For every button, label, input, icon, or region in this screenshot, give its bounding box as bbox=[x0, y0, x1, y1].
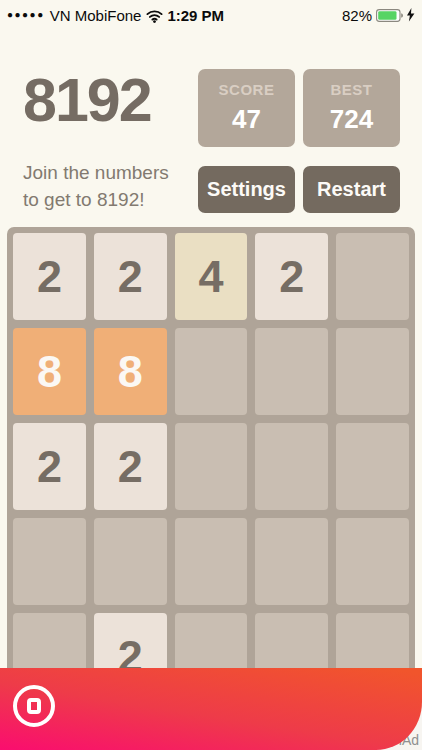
wifi-icon bbox=[146, 10, 163, 23]
tile-2: 2 bbox=[94, 233, 167, 320]
stop-square-icon bbox=[27, 698, 41, 714]
signal-strength-icon: ●●●●● bbox=[7, 10, 45, 20]
tile-2: 2 bbox=[13, 423, 86, 510]
tile-2: 2 bbox=[94, 423, 167, 510]
game-board[interactable]: 224288222 bbox=[7, 227, 415, 706]
settings-button[interactable]: Settings bbox=[198, 166, 295, 213]
ad-creative[interactable] bbox=[0, 668, 422, 750]
empty-cell bbox=[255, 423, 328, 510]
empty-cell bbox=[336, 423, 409, 510]
tile-2: 2 bbox=[255, 233, 328, 320]
best-label: BEST bbox=[330, 81, 372, 98]
page-title: 8192 bbox=[23, 70, 151, 131]
app-screen: ●●●●● VN MobiFone 1:29 PM 82% bbox=[0, 0, 422, 750]
battery-icon bbox=[376, 9, 404, 22]
carrier-label: VN MobiFone bbox=[50, 7, 142, 24]
ad-banner[interactable]: iAd bbox=[0, 668, 422, 750]
clock-label: 1:29 PM bbox=[167, 7, 224, 24]
best-value: 724 bbox=[330, 104, 373, 135]
empty-cell bbox=[336, 518, 409, 605]
tile-4: 4 bbox=[175, 233, 248, 320]
empty-cell bbox=[13, 518, 86, 605]
tile-8: 8 bbox=[94, 328, 167, 415]
empty-cell bbox=[255, 328, 328, 415]
battery-percent-label: 82% bbox=[342, 7, 372, 24]
empty-cell bbox=[336, 233, 409, 320]
score-box: SCORE 47 bbox=[198, 69, 295, 147]
empty-cell bbox=[175, 328, 248, 415]
tile-8: 8 bbox=[13, 328, 86, 415]
empty-cell bbox=[336, 328, 409, 415]
score-label: SCORE bbox=[219, 81, 275, 98]
subtitle-line2: to get to 8192! bbox=[23, 189, 145, 210]
best-box: BEST 724 bbox=[303, 69, 400, 147]
tile-2: 2 bbox=[13, 233, 86, 320]
ad-stop-button[interactable] bbox=[13, 685, 55, 727]
subtitle-line1: Join the numbers bbox=[23, 162, 169, 183]
subtitle: Join the numbers to get to 8192! bbox=[23, 159, 203, 213]
empty-cell bbox=[175, 518, 248, 605]
score-value: 47 bbox=[232, 104, 261, 135]
empty-cell bbox=[175, 423, 248, 510]
charging-bolt-icon bbox=[406, 8, 415, 22]
status-bar: ●●●●● VN MobiFone 1:29 PM 82% bbox=[0, 0, 422, 30]
empty-cell bbox=[94, 518, 167, 605]
empty-cell bbox=[255, 518, 328, 605]
restart-button[interactable]: Restart bbox=[303, 166, 400, 213]
